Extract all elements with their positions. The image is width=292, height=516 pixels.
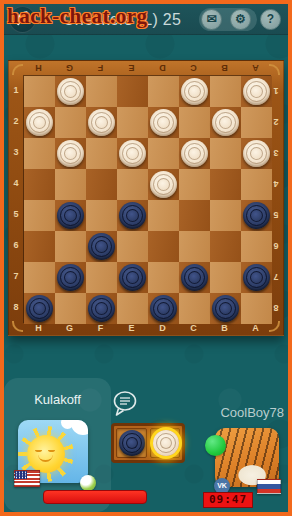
board-square-h5[interactable]: [24, 200, 55, 231]
checker-dark-g5[interactable]: [57, 202, 84, 229]
board-square-c4[interactable]: [179, 169, 210, 200]
board-square-e6[interactable]: [117, 231, 148, 262]
status-ball-icon: [80, 475, 96, 491]
board-square-f2[interactable]: [86, 107, 117, 138]
board-square-f1[interactable]: [86, 76, 117, 107]
board-square-b2[interactable]: [210, 107, 241, 138]
board-square-g3[interactable]: [55, 138, 86, 169]
tray-slot-white: [150, 428, 181, 458]
coordinate-label: 3: [9, 137, 23, 168]
board-square-h4[interactable]: [24, 169, 55, 200]
board-square-a1[interactable]: [241, 76, 272, 107]
board-square-g2[interactable]: [55, 107, 86, 138]
board-square-c2[interactable]: [179, 107, 210, 138]
checker-white-c1[interactable]: [181, 78, 208, 105]
board-square-a3[interactable]: [241, 138, 272, 169]
player-left-name: Kulakoff: [4, 392, 111, 407]
chat-bubble-icon: [110, 388, 140, 420]
board-square-g6[interactable]: [55, 231, 86, 262]
board-square-g8[interactable]: [55, 293, 86, 324]
checkers-board: HGFEDCBA HGFEDCBA 12345678 12345678: [8, 60, 284, 336]
checker-white-f2[interactable]: [88, 109, 115, 136]
coordinate-label: 5: [9, 199, 23, 230]
coordinate-label: B: [209, 61, 240, 75]
checker-white-d4[interactable]: [150, 171, 177, 198]
board-square-e5[interactable]: [117, 200, 148, 231]
settings-button[interactable]: ⚙: [230, 9, 251, 30]
board-square-a5[interactable]: [241, 200, 272, 231]
ru-flag-icon: [257, 479, 281, 494]
board-square-c6[interactable]: [179, 231, 210, 262]
coordinate-label: A: [240, 61, 271, 75]
board-square-b1[interactable]: [210, 76, 241, 107]
board-square-e8[interactable]: [117, 293, 148, 324]
board-square-a2[interactable]: [241, 107, 272, 138]
coordinate-label: C: [178, 61, 209, 75]
checker-dark-f6[interactable]: [88, 233, 115, 260]
board-square-c5[interactable]: [179, 200, 210, 231]
checker-dark-a7[interactable]: [243, 264, 270, 291]
piece-color-tray: [111, 423, 185, 463]
checker-white-h2[interactable]: [26, 109, 53, 136]
checker-white-g1[interactable]: [57, 78, 84, 105]
checker-white-a3[interactable]: [243, 140, 270, 167]
board-square-f3[interactable]: [86, 138, 117, 169]
checker-dark-g7[interactable]: [57, 264, 84, 291]
coordinate-label: E: [116, 61, 147, 75]
checker-white-b2[interactable]: [212, 109, 239, 136]
checker-dark-a5[interactable]: [243, 202, 270, 229]
checker-dark-b8[interactable]: [212, 295, 239, 322]
board-square-c1[interactable]: [179, 76, 210, 107]
board-square-f8[interactable]: [86, 293, 117, 324]
board-square-b4[interactable]: [210, 169, 241, 200]
player-right-timer: 09:47: [203, 492, 253, 508]
board-square-d1[interactable]: [148, 76, 179, 107]
board-square-h7[interactable]: [24, 262, 55, 293]
checker-dark-c7[interactable]: [181, 264, 208, 291]
checker-dark-e7[interactable]: [119, 264, 146, 291]
board-square-c8[interactable]: [179, 293, 210, 324]
board-square-f6[interactable]: [86, 231, 117, 262]
board-square-d7[interactable]: [148, 262, 179, 293]
board-square-g1[interactable]: [55, 76, 86, 107]
coordinate-label: G: [54, 61, 85, 75]
board-square-d8[interactable]: [148, 293, 179, 324]
board-square-h6[interactable]: [24, 231, 55, 262]
board-square-a7[interactable]: [241, 262, 272, 293]
tray-slot-dark: [116, 428, 147, 458]
frame-ornament: [12, 64, 23, 75]
board-square-b3[interactable]: [210, 138, 241, 169]
board-square-e7[interactable]: [117, 262, 148, 293]
header-icons: ✉ ⚙ ?: [199, 8, 285, 31]
board-square-e1[interactable]: [117, 76, 148, 107]
coordinate-label: 1: [9, 75, 23, 106]
app-screen: Checkers (L) 25 ✉ ⚙ ? hack-cheat.org HGF…: [0, 0, 292, 516]
chat-button[interactable]: [110, 388, 140, 420]
checker-white-e3[interactable]: [119, 140, 146, 167]
board-square-e3[interactable]: [117, 138, 148, 169]
board-square-b8[interactable]: [210, 293, 241, 324]
board-square-a8[interactable]: [241, 293, 272, 324]
sun-icon: [27, 435, 65, 473]
coordinate-label: D: [147, 61, 178, 75]
checker-dark-h8[interactable]: [26, 295, 53, 322]
board-square-b5[interactable]: [210, 200, 241, 231]
board-square-d3[interactable]: [148, 138, 179, 169]
board-square-b6[interactable]: [210, 231, 241, 262]
player-right-name: CoolBoy78: [204, 405, 284, 420]
gear-icon: ⚙: [231, 10, 250, 29]
coordinate-label: 7: [9, 261, 23, 292]
checker-white-c3[interactable]: [181, 140, 208, 167]
board-grid: [23, 75, 271, 323]
board-square-c7[interactable]: [179, 262, 210, 293]
watermark: hack-cheat.org: [7, 4, 148, 29]
checker-white-g3[interactable]: [57, 140, 84, 167]
us-flag-icon: [14, 470, 40, 487]
board-square-f4[interactable]: [86, 169, 117, 200]
coordinate-label: H: [23, 61, 54, 75]
help-button[interactable]: ?: [260, 9, 281, 30]
player-left-time-bar: [43, 490, 147, 504]
checker-white-a1[interactable]: [243, 78, 270, 105]
checker-white-d2[interactable]: [150, 109, 177, 136]
board-square-h8[interactable]: [24, 293, 55, 324]
coordinate-label: F: [85, 61, 116, 75]
board-square-d2[interactable]: [148, 107, 179, 138]
checker-dark-e5[interactable]: [119, 202, 146, 229]
board-square-g4[interactable]: [55, 169, 86, 200]
board-square-c3[interactable]: [179, 138, 210, 169]
coordinate-label: 6: [9, 230, 23, 261]
online-status-icon: [205, 435, 226, 456]
board-square-g7[interactable]: [55, 262, 86, 293]
mail-button[interactable]: ✉: [201, 9, 222, 30]
board-square-f7[interactable]: [86, 262, 117, 293]
board-square-g5[interactable]: [55, 200, 86, 231]
checker-dark-f8[interactable]: [88, 295, 115, 322]
board-square-a4[interactable]: [241, 169, 272, 200]
board-square-d5[interactable]: [148, 200, 179, 231]
board-square-d6[interactable]: [148, 231, 179, 262]
board-square-d4[interactable]: [148, 169, 179, 200]
board-square-a6[interactable]: [241, 231, 272, 262]
coordinate-label: 4: [9, 168, 23, 199]
question-icon: ?: [261, 10, 280, 29]
board-square-e2[interactable]: [117, 107, 148, 138]
checker-dark-d8[interactable]: [150, 295, 177, 322]
board-square-e4[interactable]: [117, 169, 148, 200]
board-square-b7[interactable]: [210, 262, 241, 293]
board-square-h2[interactable]: [24, 107, 55, 138]
board-square-f5[interactable]: [86, 200, 117, 231]
coordinate-label: 2: [9, 106, 23, 137]
coordinate-label: 8: [9, 292, 23, 323]
ranks-left: 12345678: [9, 75, 23, 323]
board-square-h1[interactable]: [24, 76, 55, 107]
mail-icon: ✉: [202, 10, 221, 29]
files-top: HGFEDCBA: [23, 61, 271, 75]
tray-piece-right: [153, 430, 179, 456]
tray-piece-left: [119, 430, 145, 456]
board-square-h3[interactable]: [24, 138, 55, 169]
